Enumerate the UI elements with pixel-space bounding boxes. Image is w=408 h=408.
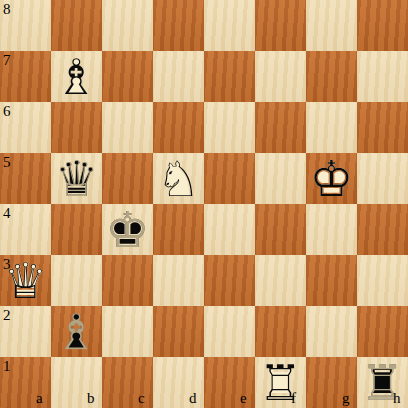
square-h5[interactable]	[357, 153, 408, 204]
square-b5[interactable]: ♛♕	[51, 153, 102, 204]
square-c3[interactable]	[102, 255, 153, 306]
square-f7[interactable]	[255, 51, 306, 102]
file-label-f: f	[291, 391, 296, 406]
white-rook-outline-glyph: ♖	[255, 357, 306, 408]
square-f2[interactable]	[255, 306, 306, 357]
square-f3[interactable]	[255, 255, 306, 306]
square-e8[interactable]	[204, 0, 255, 51]
square-h8[interactable]	[357, 0, 408, 51]
piece-black-king[interactable]: ♚♔	[102, 204, 153, 255]
square-g6[interactable]	[306, 102, 357, 153]
square-f8[interactable]	[255, 0, 306, 51]
rank-label-1: 1	[3, 359, 11, 374]
rank-label-4: 4	[3, 206, 11, 221]
square-e2[interactable]	[204, 306, 255, 357]
white-bishop-outline-glyph: ♗	[51, 51, 102, 102]
piece-black-queen[interactable]: ♛♕	[51, 153, 102, 204]
piece-white-king[interactable]: ♚♔	[306, 153, 357, 204]
piece-white-bishop[interactable]: ♝♗	[51, 51, 102, 102]
file-label-d: d	[189, 391, 197, 406]
square-c1[interactable]	[102, 357, 153, 408]
square-f6[interactable]	[255, 102, 306, 153]
square-e6[interactable]	[204, 102, 255, 153]
square-g5[interactable]: ♚♔	[306, 153, 357, 204]
black-queen-outline-glyph: ♕	[51, 153, 102, 204]
piece-white-knight[interactable]: ♞♘	[153, 153, 204, 204]
square-d3[interactable]	[153, 255, 204, 306]
square-f4[interactable]	[255, 204, 306, 255]
file-label-c: c	[138, 391, 145, 406]
square-d5[interactable]: ♞♘	[153, 153, 204, 204]
square-h3[interactable]	[357, 255, 408, 306]
square-b6[interactable]	[51, 102, 102, 153]
square-e5[interactable]	[204, 153, 255, 204]
rank-label-3: 3	[3, 257, 11, 272]
square-g2[interactable]	[306, 306, 357, 357]
square-c8[interactable]	[102, 0, 153, 51]
square-h6[interactable]	[357, 102, 408, 153]
square-c2[interactable]	[102, 306, 153, 357]
square-d8[interactable]	[153, 0, 204, 51]
square-b8[interactable]	[51, 0, 102, 51]
square-c7[interactable]	[102, 51, 153, 102]
rank-label-8: 8	[3, 2, 11, 17]
file-label-h: h	[393, 391, 401, 406]
rank-label-7: 7	[3, 53, 11, 68]
square-e1[interactable]	[204, 357, 255, 408]
square-f1[interactable]: ♜♖	[255, 357, 306, 408]
square-b2[interactable]: ♝♗	[51, 306, 102, 357]
square-b7[interactable]: ♝♗	[51, 51, 102, 102]
rank-label-5: 5	[3, 155, 11, 170]
file-label-e: e	[240, 391, 247, 406]
square-d4[interactable]	[153, 204, 204, 255]
piece-black-bishop[interactable]: ♝♗	[51, 306, 102, 357]
file-label-b: b	[87, 391, 95, 406]
square-e4[interactable]	[204, 204, 255, 255]
square-c5[interactable]	[102, 153, 153, 204]
square-b4[interactable]	[51, 204, 102, 255]
square-e7[interactable]	[204, 51, 255, 102]
black-king-outline-glyph: ♔	[102, 204, 153, 255]
square-b3[interactable]	[51, 255, 102, 306]
square-h4[interactable]	[357, 204, 408, 255]
square-d6[interactable]	[153, 102, 204, 153]
square-e3[interactable]	[204, 255, 255, 306]
rank-label-2: 2	[3, 308, 11, 323]
file-label-a: a	[36, 391, 43, 406]
rank-label-6: 6	[3, 104, 11, 119]
square-g3[interactable]	[306, 255, 357, 306]
square-d7[interactable]	[153, 51, 204, 102]
white-king-outline-glyph: ♔	[306, 153, 357, 204]
black-bishop-outline-glyph: ♗	[51, 306, 102, 357]
file-label-g: g	[342, 391, 350, 406]
square-h2[interactable]	[357, 306, 408, 357]
square-g4[interactable]	[306, 204, 357, 255]
square-c6[interactable]	[102, 102, 153, 153]
square-g7[interactable]	[306, 51, 357, 102]
square-f5[interactable]	[255, 153, 306, 204]
square-d2[interactable]	[153, 306, 204, 357]
square-g8[interactable]	[306, 0, 357, 51]
square-h7[interactable]	[357, 51, 408, 102]
piece-white-rook[interactable]: ♜♖	[255, 357, 306, 408]
chess-board: ♝♗♛♕♞♘♚♔♚♔♛♕♝♗♜♖♜♖12345678abcdefgh	[0, 0, 408, 408]
square-c4[interactable]: ♚♔	[102, 204, 153, 255]
white-knight-outline-glyph: ♘	[153, 153, 204, 204]
